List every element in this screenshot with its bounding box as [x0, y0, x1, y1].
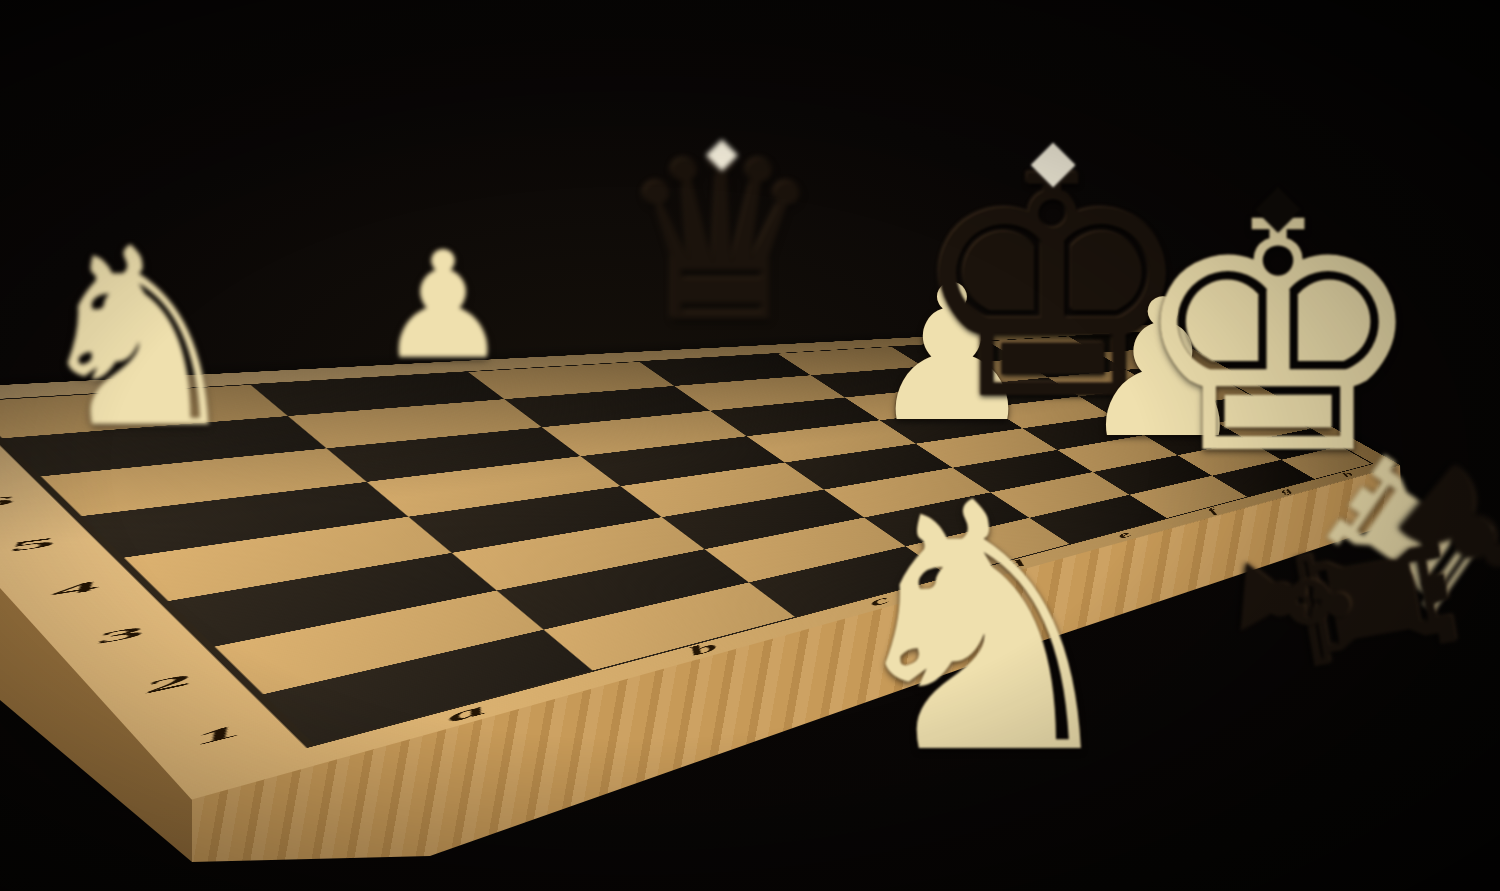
white-knight-offboard: ♞: [830, 473, 1137, 788]
black-bishop-captured-glyph: ♝: [1221, 530, 1366, 672]
white-king-h1-finial: ◆: [1255, 174, 1302, 234]
white-pawn-c7: ♟: [377, 238, 510, 374]
chess-photo-stage: abcdefgh12345678 ♞♟♛◆♟♚◆♟♚◆♞♜♜♟♝: [0, 0, 1500, 891]
black-king-f3-finial: ◆: [1031, 131, 1076, 189]
white-knight-offboard-glyph: ♞: [830, 473, 1137, 788]
white-pawn-c7-glyph: ♟: [377, 238, 510, 374]
black-bishop-captured: ♝: [1221, 530, 1366, 672]
black-queen-e8-finial: ◆: [706, 132, 738, 173]
black-queen-e8: ♛◆: [619, 134, 825, 346]
white-knight-a6-glyph: ♞: [28, 226, 249, 452]
white-knight-a6: ♞: [28, 226, 249, 452]
